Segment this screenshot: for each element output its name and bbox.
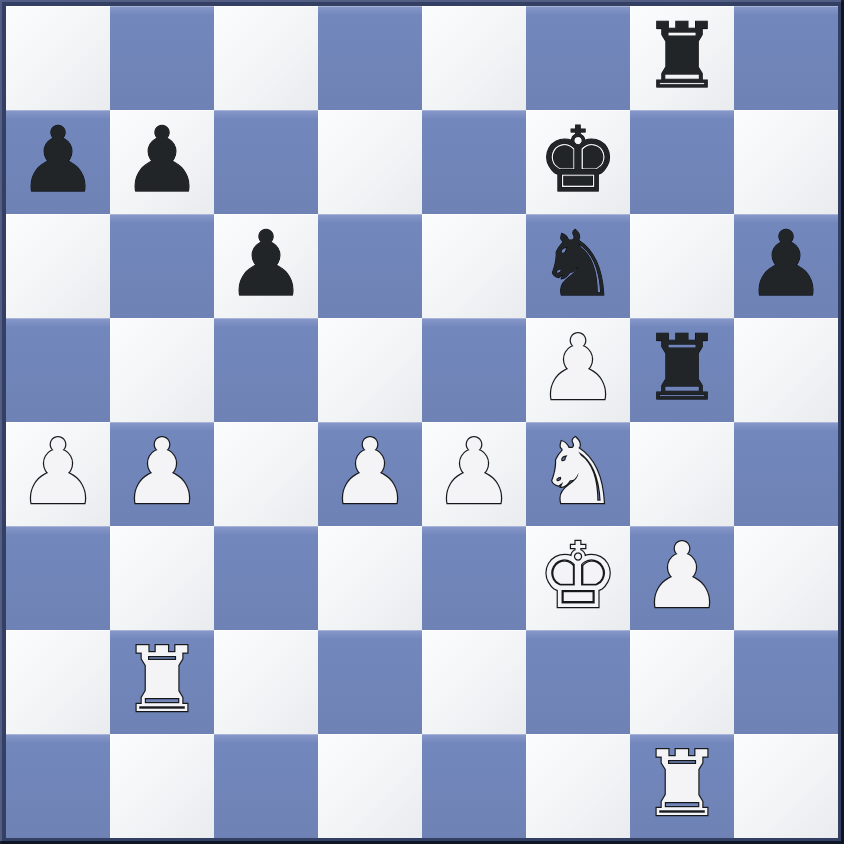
- piece-black-pawn-h6[interactable]: ♟: [746, 214, 827, 316]
- square-h1[interactable]: [734, 734, 838, 838]
- square-h8[interactable]: [734, 6, 838, 110]
- square-h2[interactable]: [734, 630, 838, 734]
- square-h4[interactable]: [734, 422, 838, 526]
- square-e3[interactable]: [422, 526, 526, 630]
- square-d4[interactable]: ♟: [318, 422, 422, 526]
- square-c8[interactable]: [214, 6, 318, 110]
- piece-white-pawn-f5[interactable]: ♟: [538, 318, 619, 420]
- square-f7[interactable]: ♚: [526, 110, 630, 214]
- square-c2[interactable]: [214, 630, 318, 734]
- square-d2[interactable]: [318, 630, 422, 734]
- square-c5[interactable]: [214, 318, 318, 422]
- square-g4[interactable]: [630, 422, 734, 526]
- square-g8[interactable]: ♜: [630, 6, 734, 110]
- square-f8[interactable]: [526, 6, 630, 110]
- square-h3[interactable]: [734, 526, 838, 630]
- square-e5[interactable]: [422, 318, 526, 422]
- square-f5[interactable]: ♟: [526, 318, 630, 422]
- square-h6[interactable]: ♟: [734, 214, 838, 318]
- square-g3[interactable]: ♟: [630, 526, 734, 630]
- piece-black-knight-f6[interactable]: ♞: [538, 214, 619, 316]
- square-b7[interactable]: ♟: [110, 110, 214, 214]
- piece-white-king-f3[interactable]: ♚: [538, 526, 619, 628]
- square-c3[interactable]: [214, 526, 318, 630]
- square-g7[interactable]: [630, 110, 734, 214]
- square-a7[interactable]: ♟: [6, 110, 110, 214]
- piece-white-pawn-g3[interactable]: ♟: [642, 526, 723, 628]
- square-g1[interactable]: ♜: [630, 734, 734, 838]
- square-a2[interactable]: [6, 630, 110, 734]
- square-c7[interactable]: [214, 110, 318, 214]
- square-c1[interactable]: [214, 734, 318, 838]
- square-d8[interactable]: [318, 6, 422, 110]
- piece-white-knight-f4[interactable]: ♞: [538, 422, 619, 524]
- square-f1[interactable]: [526, 734, 630, 838]
- square-d6[interactable]: [318, 214, 422, 318]
- square-a4[interactable]: ♟: [6, 422, 110, 526]
- piece-white-pawn-a4[interactable]: ♟: [18, 422, 99, 524]
- square-f4[interactable]: ♞: [526, 422, 630, 526]
- square-b8[interactable]: [110, 6, 214, 110]
- square-c4[interactable]: [214, 422, 318, 526]
- square-d5[interactable]: [318, 318, 422, 422]
- piece-black-king-f7[interactable]: ♚: [538, 110, 619, 212]
- square-f3[interactable]: ♚: [526, 526, 630, 630]
- square-a1[interactable]: [6, 734, 110, 838]
- square-c6[interactable]: ♟: [214, 214, 318, 318]
- square-e8[interactable]: [422, 6, 526, 110]
- square-e7[interactable]: [422, 110, 526, 214]
- square-g5[interactable]: ♜: [630, 318, 734, 422]
- square-a3[interactable]: [6, 526, 110, 630]
- square-b4[interactable]: ♟: [110, 422, 214, 526]
- square-h5[interactable]: [734, 318, 838, 422]
- board-grid: ♜♟♟♚♟♞♟♟♜♟♟♟♟♞♚♟♜♜: [6, 6, 838, 838]
- square-e4[interactable]: ♟: [422, 422, 526, 526]
- square-h7[interactable]: [734, 110, 838, 214]
- piece-white-rook-b2[interactable]: ♜: [122, 630, 203, 732]
- piece-white-pawn-d4[interactable]: ♟: [330, 422, 411, 524]
- square-a5[interactable]: [6, 318, 110, 422]
- square-b1[interactable]: [110, 734, 214, 838]
- square-a8[interactable]: [6, 6, 110, 110]
- square-d3[interactable]: [318, 526, 422, 630]
- piece-white-rook-g1[interactable]: ♜: [642, 734, 723, 836]
- chess-board: ♜♟♟♚♟♞♟♟♜♟♟♟♟♞♚♟♜♜: [0, 0, 844, 844]
- square-e6[interactable]: [422, 214, 526, 318]
- square-b3[interactable]: [110, 526, 214, 630]
- square-g6[interactable]: [630, 214, 734, 318]
- square-d1[interactable]: [318, 734, 422, 838]
- piece-black-pawn-a7[interactable]: ♟: [18, 110, 99, 212]
- square-b6[interactable]: [110, 214, 214, 318]
- square-e1[interactable]: [422, 734, 526, 838]
- piece-white-pawn-b4[interactable]: ♟: [122, 422, 203, 524]
- piece-white-pawn-e4[interactable]: ♟: [434, 422, 515, 524]
- square-g2[interactable]: [630, 630, 734, 734]
- piece-black-pawn-b7[interactable]: ♟: [122, 110, 203, 212]
- square-d7[interactable]: [318, 110, 422, 214]
- piece-black-rook-g8[interactable]: ♜: [642, 6, 723, 108]
- square-f6[interactable]: ♞: [526, 214, 630, 318]
- square-a6[interactable]: [6, 214, 110, 318]
- square-e2[interactable]: [422, 630, 526, 734]
- square-b2[interactable]: ♜: [110, 630, 214, 734]
- square-f2[interactable]: [526, 630, 630, 734]
- piece-black-pawn-c6[interactable]: ♟: [226, 214, 307, 316]
- square-b5[interactable]: [110, 318, 214, 422]
- piece-black-rook-g5[interactable]: ♜: [642, 318, 723, 420]
